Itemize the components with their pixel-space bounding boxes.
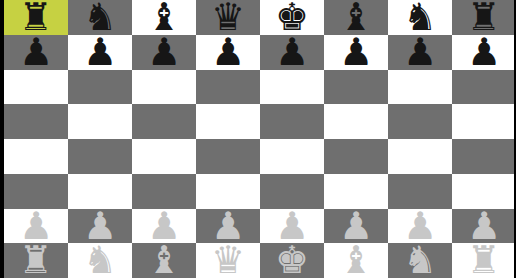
square-b1[interactable]: ♞ [68,243,132,278]
square-b6[interactable] [68,70,132,105]
square-h6[interactable] [452,70,516,105]
left-edge-strip [0,0,4,278]
white-rook: ♜ [19,243,53,278]
white-king: ♚ [275,243,309,278]
black-pawn: ♟ [403,35,437,70]
square-a6[interactable] [4,70,68,105]
square-g6[interactable] [388,70,452,105]
square-c7[interactable]: ♟ [132,35,196,70]
square-e7[interactable]: ♟ [260,35,324,70]
square-a5[interactable] [4,104,68,139]
square-h4[interactable] [452,139,516,174]
square-h1[interactable]: ♜ [452,243,516,278]
square-g7[interactable]: ♟ [388,35,452,70]
square-c1[interactable]: ♝ [132,243,196,278]
square-c4[interactable] [132,139,196,174]
black-pawn: ♟ [339,35,373,70]
square-f5[interactable] [324,104,388,139]
square-e6[interactable] [260,70,324,105]
white-bishop: ♝ [147,243,181,278]
square-h5[interactable] [452,104,516,139]
white-rook: ♜ [467,243,501,278]
square-a7[interactable]: ♟ [4,35,68,70]
square-d7[interactable]: ♟ [196,35,260,70]
screenshot-root: ♜♞♝♛♚♝♞♜♟♟♟♟♟♟♟♟♟♟♟♟♟♟♟♟♜♞♝♛♚♝♞♜ [0,0,516,278]
square-e4[interactable] [260,139,324,174]
chess-board: ♜♞♝♛♚♝♞♜♟♟♟♟♟♟♟♟♟♟♟♟♟♟♟♟♜♞♝♛♚♝♞♜ [4,0,516,278]
square-g5[interactable] [388,104,452,139]
black-pawn: ♟ [275,35,309,70]
square-d1[interactable]: ♛ [196,243,260,278]
square-f7[interactable]: ♟ [324,35,388,70]
white-queen: ♛ [211,243,245,278]
square-b4[interactable] [68,139,132,174]
black-pawn: ♟ [19,35,53,70]
black-pawn: ♟ [211,35,245,70]
square-d6[interactable] [196,70,260,105]
square-f4[interactable] [324,139,388,174]
white-knight: ♞ [403,243,437,278]
square-g1[interactable]: ♞ [388,243,452,278]
square-h7[interactable]: ♟ [452,35,516,70]
square-f6[interactable] [324,70,388,105]
white-knight: ♞ [83,243,117,278]
black-pawn: ♟ [467,35,501,70]
square-d5[interactable] [196,104,260,139]
square-b5[interactable] [68,104,132,139]
square-c6[interactable] [132,70,196,105]
square-f1[interactable]: ♝ [324,243,388,278]
square-e1[interactable]: ♚ [260,243,324,278]
square-g4[interactable] [388,139,452,174]
square-d4[interactable] [196,139,260,174]
white-bishop: ♝ [339,243,373,278]
square-a1[interactable]: ♜ [4,243,68,278]
square-c5[interactable] [132,104,196,139]
black-pawn: ♟ [147,35,181,70]
square-a4[interactable] [4,139,68,174]
square-b7[interactable]: ♟ [68,35,132,70]
black-pawn: ♟ [83,35,117,70]
square-e5[interactable] [260,104,324,139]
